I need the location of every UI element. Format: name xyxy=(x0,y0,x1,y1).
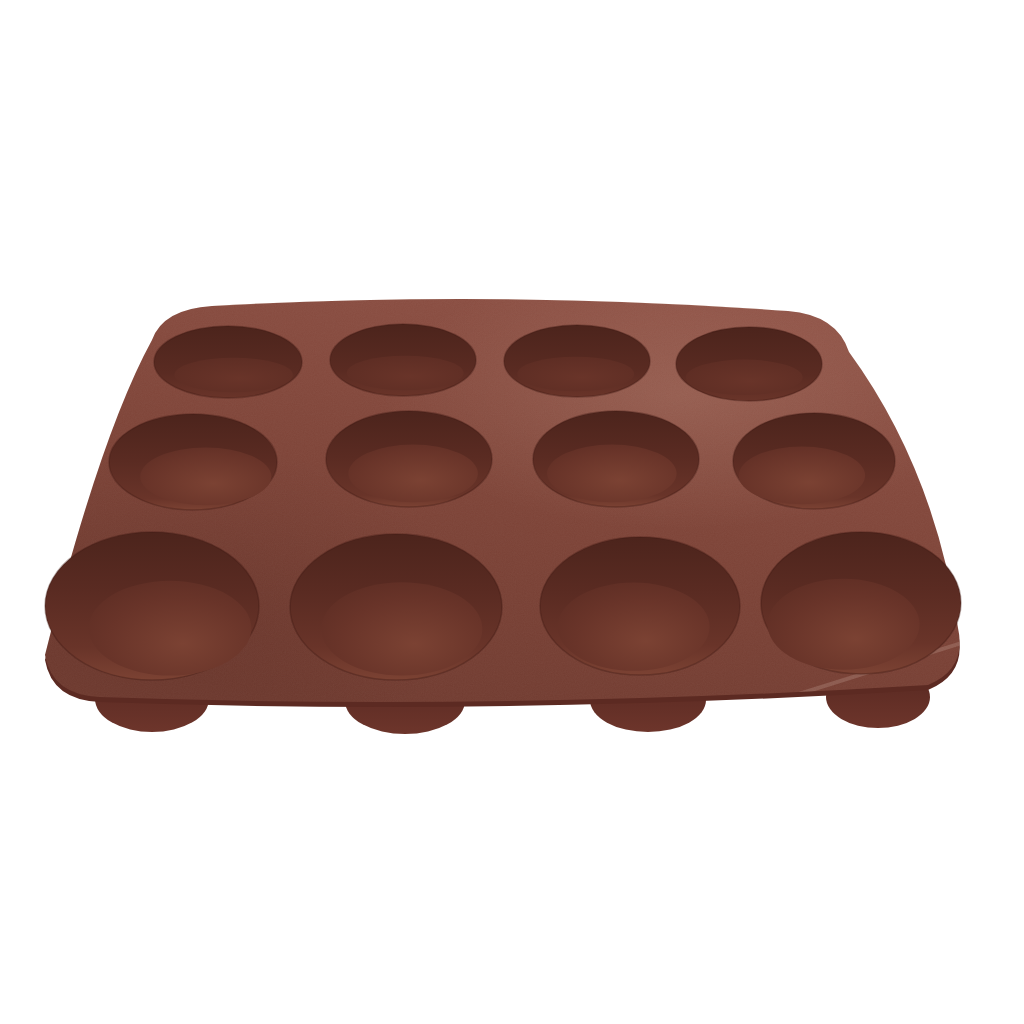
muffin-cup xyxy=(330,324,476,396)
muffin-cup xyxy=(533,411,699,507)
muffin-cup xyxy=(676,327,822,401)
product-photo-muffin-pan xyxy=(0,0,1024,1024)
muffin-cup xyxy=(109,414,277,510)
muffin-cup xyxy=(45,532,259,680)
muffin-pan-illustration xyxy=(0,0,1024,1024)
muffin-cup xyxy=(326,411,492,507)
muffin-cup xyxy=(154,326,302,398)
muffin-cup xyxy=(540,537,740,675)
muffin-cup xyxy=(733,413,895,509)
muffin-cup xyxy=(761,532,961,674)
muffin-cup xyxy=(290,534,502,680)
muffin-cup xyxy=(504,325,650,397)
